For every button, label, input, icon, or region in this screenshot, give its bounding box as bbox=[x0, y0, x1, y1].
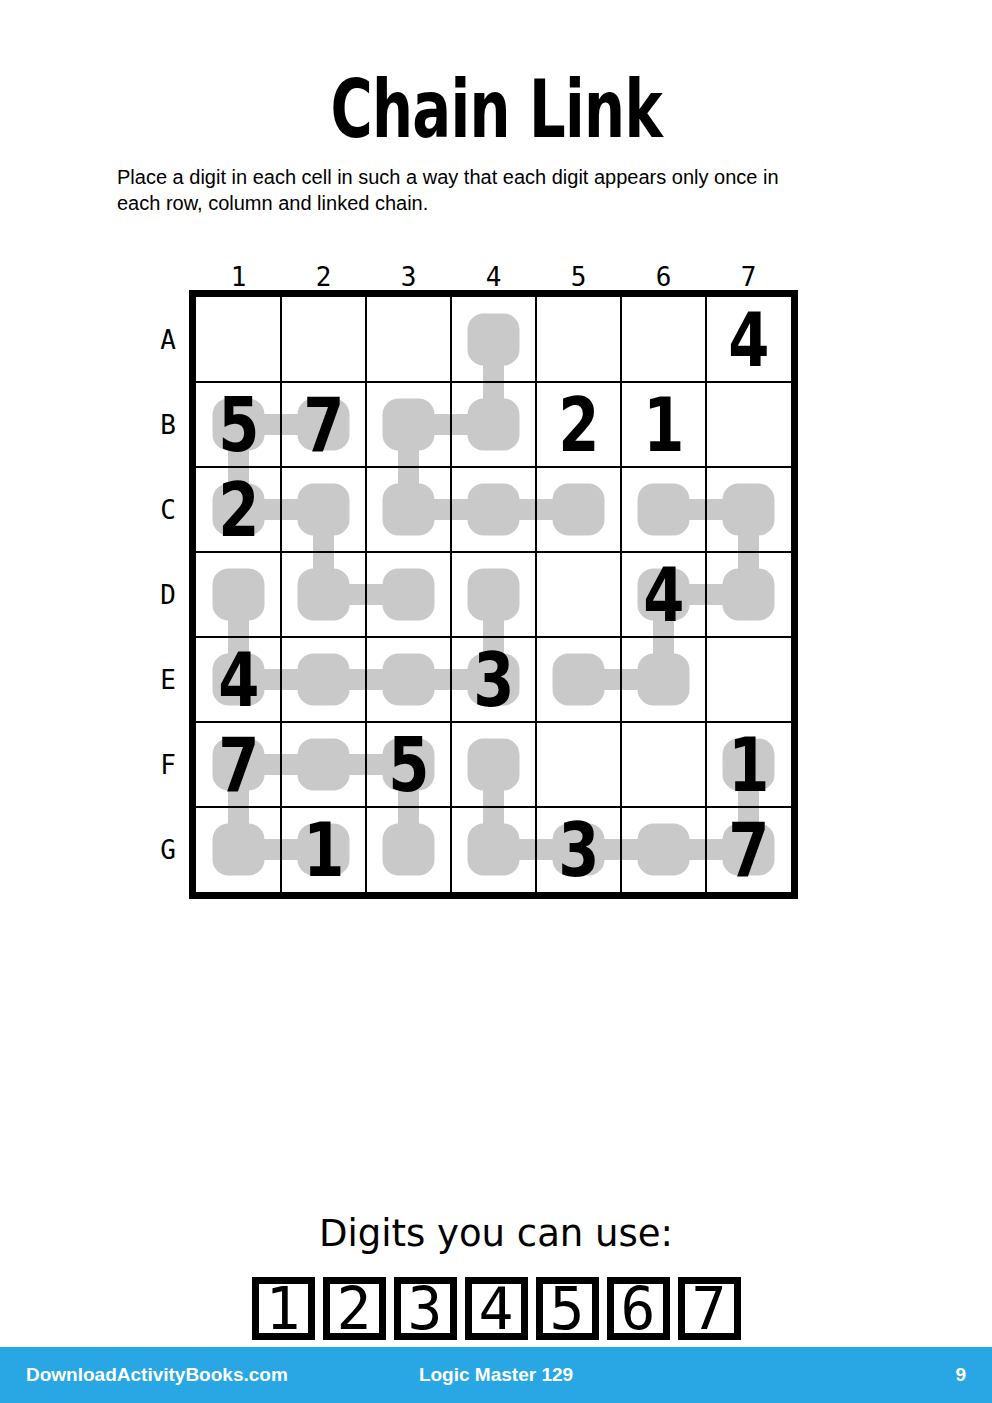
row-label-A: A bbox=[148, 297, 188, 382]
digit-box-2: 2 bbox=[323, 1277, 386, 1340]
col-label-2: 2 bbox=[281, 262, 366, 292]
cell-G6 bbox=[621, 807, 706, 892]
cell-D6: 4 bbox=[621, 552, 706, 637]
row-label-G: G bbox=[148, 807, 188, 892]
instructions-line-1: Place a digit in each cell in such a way… bbox=[117, 164, 779, 190]
cell-A6 bbox=[621, 297, 706, 382]
cell-B7 bbox=[706, 382, 791, 467]
digit-palette: 1234567 bbox=[0, 1277, 992, 1340]
col-label-7: 7 bbox=[706, 262, 791, 292]
cell-C4 bbox=[451, 467, 536, 552]
col-label-3: 3 bbox=[366, 262, 451, 292]
digit-box-4: 4 bbox=[465, 1277, 528, 1340]
row-label-C: C bbox=[148, 467, 188, 552]
cell-A5 bbox=[536, 297, 621, 382]
cell-E6 bbox=[621, 637, 706, 722]
cell-B1: 5 bbox=[196, 382, 281, 467]
cell-B4 bbox=[451, 382, 536, 467]
row-labels: ABCDEFG bbox=[148, 297, 188, 892]
given-digit-C1: 2 bbox=[218, 473, 259, 547]
cell-G5: 3 bbox=[536, 807, 621, 892]
cell-C3 bbox=[366, 467, 451, 552]
puzzle-page: Chain Link Place a digit in each cell in… bbox=[0, 0, 992, 1403]
cell-F2 bbox=[281, 722, 366, 807]
given-digit-F1: 7 bbox=[218, 728, 259, 802]
page-title: Chain Link bbox=[0, 70, 992, 150]
cell-E4: 3 bbox=[451, 637, 536, 722]
column-labels: 1234567 bbox=[196, 262, 791, 292]
digit-box-5: 5 bbox=[536, 1277, 599, 1340]
cell-G2: 1 bbox=[281, 807, 366, 892]
cell-C7 bbox=[706, 467, 791, 552]
row-label-E: E bbox=[148, 637, 188, 722]
cell-F3: 5 bbox=[366, 722, 451, 807]
cell-F5 bbox=[536, 722, 621, 807]
col-label-6: 6 bbox=[621, 262, 706, 292]
digit-box-6: 6 bbox=[607, 1277, 670, 1340]
cell-D5 bbox=[536, 552, 621, 637]
given-digit-F3: 5 bbox=[388, 728, 429, 802]
cell-F6 bbox=[621, 722, 706, 807]
cell-A4 bbox=[451, 297, 536, 382]
cell-F1: 7 bbox=[196, 722, 281, 807]
cell-B5: 2 bbox=[536, 382, 621, 467]
cell-E3 bbox=[366, 637, 451, 722]
cell-D1 bbox=[196, 552, 281, 637]
digit-box-3: 3 bbox=[394, 1277, 457, 1340]
col-label-1: 1 bbox=[196, 262, 281, 292]
digit-box-1: 1 bbox=[252, 1277, 315, 1340]
digits-heading: Digits you can use: bbox=[0, 1212, 992, 1255]
row-label-F: F bbox=[148, 722, 188, 807]
given-digit-B5: 2 bbox=[558, 388, 599, 462]
given-digit-F7: 1 bbox=[728, 728, 769, 802]
board-cells: 457212443751137 bbox=[196, 297, 791, 892]
cell-C2 bbox=[281, 467, 366, 552]
cell-A1 bbox=[196, 297, 281, 382]
given-digit-G5: 3 bbox=[558, 813, 599, 887]
col-label-4: 4 bbox=[451, 262, 536, 292]
cell-B6: 1 bbox=[621, 382, 706, 467]
cell-F7: 1 bbox=[706, 722, 791, 807]
row-label-B: B bbox=[148, 382, 188, 467]
given-digit-G2: 1 bbox=[303, 813, 344, 887]
row-label-D: D bbox=[148, 552, 188, 637]
cell-C5 bbox=[536, 467, 621, 552]
cell-E5 bbox=[536, 637, 621, 722]
puzzle-board: 457212443751137 bbox=[189, 290, 798, 899]
cell-A2 bbox=[281, 297, 366, 382]
given-digit-A7: 4 bbox=[728, 303, 769, 377]
cell-A7: 4 bbox=[706, 297, 791, 382]
digit-box-7: 7 bbox=[678, 1277, 741, 1340]
cell-F4 bbox=[451, 722, 536, 807]
given-digit-B6: 1 bbox=[643, 388, 684, 462]
cell-E7 bbox=[706, 637, 791, 722]
cell-A3 bbox=[366, 297, 451, 382]
cell-D7 bbox=[706, 552, 791, 637]
cell-G3 bbox=[366, 807, 451, 892]
cell-E2 bbox=[281, 637, 366, 722]
cell-D3 bbox=[366, 552, 451, 637]
given-digit-B2: 7 bbox=[303, 388, 344, 462]
cell-G4 bbox=[451, 807, 536, 892]
cell-C6 bbox=[621, 467, 706, 552]
page-title-text: Chain Link bbox=[330, 70, 662, 150]
given-digit-E1: 4 bbox=[218, 643, 259, 717]
cell-E1: 4 bbox=[196, 637, 281, 722]
cell-C1: 2 bbox=[196, 467, 281, 552]
cell-D2 bbox=[281, 552, 366, 637]
given-digit-G7: 7 bbox=[728, 813, 769, 887]
instructions-line-2: each row, column and linked chain. bbox=[117, 190, 779, 216]
footer-bar: DownloadActivityBooks.com Logic Master 1… bbox=[0, 1347, 992, 1403]
cell-B3 bbox=[366, 382, 451, 467]
cell-D4 bbox=[451, 552, 536, 637]
footer-book-title: Logic Master 129 bbox=[0, 1364, 992, 1386]
cell-G1 bbox=[196, 807, 281, 892]
given-digit-E4: 3 bbox=[473, 643, 514, 717]
col-label-5: 5 bbox=[536, 262, 621, 292]
given-digit-D6: 4 bbox=[643, 558, 684, 632]
given-digit-B1: 5 bbox=[218, 388, 259, 462]
instructions: Place a digit in each cell in such a way… bbox=[117, 164, 779, 216]
cell-G7: 7 bbox=[706, 807, 791, 892]
cell-B2: 7 bbox=[281, 382, 366, 467]
